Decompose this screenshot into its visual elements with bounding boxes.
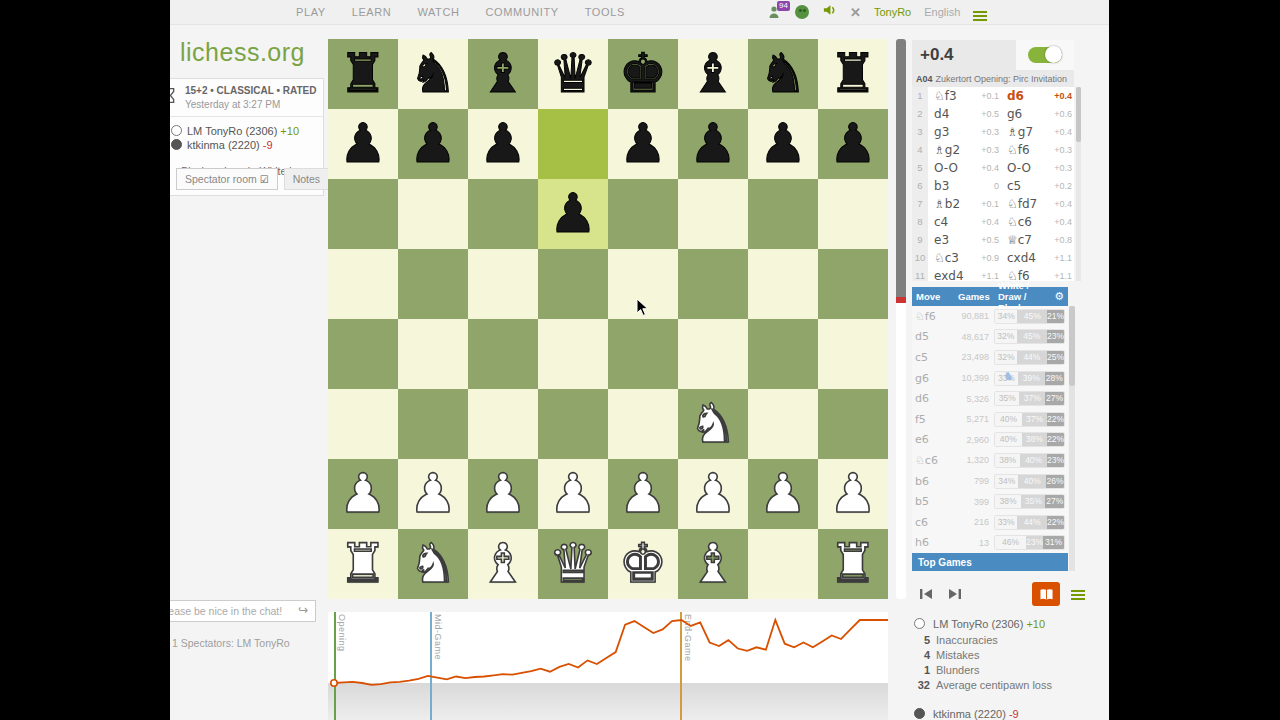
eval-gauge-tick: [896, 297, 906, 303]
piece-white-bishop[interactable]: ♝: [468, 529, 538, 599]
square-g1[interactable]: [748, 529, 818, 599]
chat-tabs: Spectator room ☑ Notes: [176, 168, 329, 190]
eval-score: +0.4: [912, 40, 1016, 70]
white-stat-row: 4Mistakes: [914, 649, 1104, 661]
friends-icon[interactable]: 94: [768, 5, 782, 19]
explorer-row[interactable]: g610,39933%39%28%♞: [912, 368, 1068, 389]
square-h5[interactable]: [818, 249, 888, 319]
square-f7[interactable]: ♟: [678, 109, 748, 179]
draw-pct: 45%: [1017, 330, 1047, 343]
explorer-games-count: 2,960: [949, 435, 994, 445]
piece-black-king[interactable]: ♚: [608, 39, 678, 109]
language-select[interactable]: English: [924, 6, 960, 18]
tab-spectator-label: Spectator room: [185, 173, 257, 185]
menu-watch[interactable]: WATCH: [417, 6, 459, 18]
square-e7[interactable]: ♟: [608, 109, 678, 179]
white-summary-name: LM TonyRo (2306): [930, 618, 1026, 630]
draw-pct: 23%: [1026, 536, 1043, 549]
draw-pct: 40%: [1020, 454, 1047, 467]
analysis-summary: LM TonyRo (2306) +105Inaccuracies4Mistak…: [914, 612, 1104, 720]
square-b1[interactable]: ♞: [398, 529, 468, 599]
stat-count: 5: [914, 634, 930, 646]
win-rate-bar: 32%45%23%: [994, 329, 1065, 344]
square-e6[interactable]: [608, 179, 678, 249]
explorer-scrollbar[interactable]: [1069, 306, 1075, 571]
sound-icon[interactable]: [822, 3, 837, 21]
opening-title: Zukertort Opening: Pirc Invitation: [936, 74, 1068, 84]
explorer-row[interactable]: c523,49832%44%25%: [912, 347, 1068, 368]
piece-black-rook[interactable]: ♜: [818, 39, 888, 109]
draw-pct: 38%: [1022, 433, 1047, 446]
square-g4[interactable]: [748, 319, 818, 389]
explorer-col-games: Games: [958, 291, 998, 302]
stat-label: Blunders: [936, 664, 979, 676]
square-g3[interactable]: [748, 389, 818, 459]
clock-icon: [170, 87, 176, 108]
square-d3[interactable]: [538, 389, 608, 459]
chat-input[interactable]: [170, 600, 316, 622]
black-eval: +0.4: [1051, 127, 1074, 137]
piece-black-knight[interactable]: ♞: [748, 39, 818, 109]
square-b2[interactable]: ♟: [398, 459, 468, 529]
piece-black-queen[interactable]: ♛: [538, 39, 608, 109]
explorer-row[interactable]: b539938%35%27%: [912, 491, 1068, 512]
square-a8[interactable]: ♜: [328, 39, 398, 109]
piece-black-knight[interactable]: ♞: [398, 39, 468, 109]
black-eval: +0.4: [1051, 91, 1074, 101]
white-stat-row: 32Average centipawn loss: [914, 679, 1104, 691]
black-pct: 25%: [1047, 351, 1064, 364]
black-rating-delta: -9: [263, 139, 273, 151]
explorer-row[interactable]: b679934%40%26%: [912, 471, 1068, 492]
win-rate-bar: 40%38%22%: [994, 432, 1065, 447]
explorer-move: c6: [915, 516, 949, 529]
menu-tools[interactable]: TOOLS: [585, 6, 625, 18]
current-move-marker: [331, 680, 337, 686]
move-row: 3g3+0.3♗g7+0.4: [912, 123, 1074, 141]
theme-icon[interactable]: [795, 5, 809, 19]
white-stat-row: 1Blunders: [914, 664, 1104, 676]
explorer-move: g6: [915, 372, 949, 385]
white-stat-row: 5Inaccuracies: [914, 634, 1104, 646]
explorer-loading-icon: ♞: [1003, 371, 1014, 383]
piece-white-king[interactable]: ♚: [608, 529, 678, 599]
move-number: 9: [912, 231, 928, 249]
advantage-line[interactable]: [328, 612, 888, 720]
explorer-games-count: 48,617: [949, 332, 994, 342]
white-move[interactable]: c4: [928, 215, 978, 229]
explorer-row[interactable]: f55,27140%37%22%: [912, 409, 1068, 430]
move-row: 5O-O+0.4O-O+0.3: [912, 159, 1074, 177]
explorer-move: e6: [915, 433, 949, 446]
square-d8[interactable]: ♛: [538, 39, 608, 109]
black-summary-name: ktkinma (2220): [930, 708, 1009, 720]
username[interactable]: TonyRo: [874, 6, 911, 18]
white-eval: 0: [978, 181, 1001, 191]
black-eval: +0.4: [1051, 199, 1074, 209]
square-e4[interactable]: [608, 319, 678, 389]
piece-white-knight[interactable]: ♞: [398, 529, 468, 599]
explorer-games-count: 399: [949, 497, 994, 507]
square-b6[interactable]: [398, 179, 468, 249]
square-a3[interactable]: [328, 389, 398, 459]
black-eval: +0.3: [1051, 163, 1074, 173]
draw-pct: 40%: [1018, 475, 1046, 488]
piece-white-pawn[interactable]: ♟: [608, 459, 678, 529]
square-f4[interactable]: [678, 319, 748, 389]
square-f8[interactable]: ♝: [678, 39, 748, 109]
white-pct: 38%: [995, 495, 1021, 508]
square-c3[interactable]: [468, 389, 538, 459]
win-rate-bar: 38%35%27%: [994, 494, 1065, 509]
black-eval: +0.8: [1051, 235, 1074, 245]
black-color-icon: [171, 139, 182, 150]
opening-code: A04: [916, 74, 933, 84]
game-date: Yesterday at 3:27 PM: [185, 99, 317, 110]
square-c7[interactable]: ♟: [468, 109, 538, 179]
piece-white-pawn[interactable]: ♟: [748, 459, 818, 529]
white-rating-delta: +10: [280, 125, 299, 137]
hamburger-icon[interactable]: [973, 11, 987, 13]
move-row: 10♘c3+0.9cxd4+1.1: [912, 249, 1074, 267]
black-color-icon: [914, 708, 925, 719]
piece-black-pawn[interactable]: ♟: [748, 109, 818, 179]
move-row: 8c4+0.4♘c6+0.4: [912, 213, 1074, 231]
square-f1[interactable]: ♝: [678, 529, 748, 599]
move-row: 4♗g2+0.3♘f6+0.3: [912, 141, 1074, 159]
white-eval: +0.9: [978, 253, 1001, 263]
white-pct: 34%: [995, 475, 1018, 488]
square-e3[interactable]: [608, 389, 678, 459]
move-list[interactable]: 1♘f3+0.1d6+0.42d4+0.5g6+0.63g3+0.3♗g7+0.…: [912, 87, 1074, 281]
move-row: 7♗b2+0.1♘fd7+0.4: [912, 195, 1074, 213]
square-h1[interactable]: ♜: [818, 529, 888, 599]
square-e1[interactable]: ♚: [608, 529, 678, 599]
move-row: 1♘f3+0.1d6+0.4: [912, 87, 1074, 105]
square-h8[interactable]: ♜: [818, 39, 888, 109]
square-a1[interactable]: ♜: [328, 529, 398, 599]
square-f2[interactable]: ♟: [678, 459, 748, 529]
time-control: 15+2 • CLASSICAL • RATED: [185, 85, 317, 96]
square-a7[interactable]: ♟: [328, 109, 398, 179]
square-f3[interactable]: ♞: [678, 389, 748, 459]
white-pct: 35%: [995, 392, 1019, 405]
piece-black-pawn[interactable]: ♟: [678, 109, 748, 179]
explorer-games-count: 13: [949, 538, 994, 548]
eval-gauge: [896, 39, 906, 599]
top-games-bar[interactable]: Top Games: [912, 553, 1068, 571]
piece-white-pawn[interactable]: ♟: [398, 459, 468, 529]
square-h4[interactable]: [818, 319, 888, 389]
main-menu: PLAY LEARN WATCH COMMUNITY TOOLS: [296, 0, 625, 24]
piece-black-pawn[interactable]: ♟: [468, 109, 538, 179]
opening-name: A04 Zukertort Opening: Pirc Invitation: [912, 70, 1074, 87]
lichess-logo[interactable]: lichess.org: [180, 38, 305, 67]
black-move[interactable]: ♕c7: [1001, 233, 1051, 247]
square-b3[interactable]: [398, 389, 468, 459]
black-move[interactable]: ♘f6: [1001, 143, 1051, 157]
white-move[interactable]: b3: [928, 179, 978, 193]
white-player-row[interactable]: LM TonyRo (2306) +10: [171, 125, 317, 137]
piece-white-knight[interactable]: ♞: [678, 389, 748, 459]
stat-label: Inaccuracies: [936, 634, 998, 646]
white-pct: 40%: [995, 433, 1022, 446]
white-eval: +0.1: [978, 199, 1001, 209]
black-move[interactable]: d6: [1001, 89, 1051, 103]
black-move[interactable]: cxd4: [1001, 251, 1051, 265]
explorer-settings-icon[interactable]: ⚙: [1054, 290, 1064, 303]
square-c8[interactable]: ♝: [468, 39, 538, 109]
black-pct: 22%: [1047, 516, 1064, 529]
menu-play[interactable]: PLAY: [296, 6, 326, 18]
chat-toggle-checkbox[interactable]: ☑: [260, 174, 269, 185]
app-frame: PLAY LEARN WATCH COMMUNITY TOOLS 94 ✕ To…: [170, 0, 1109, 720]
square-d1[interactable]: ♛: [538, 529, 608, 599]
piece-white-pawn[interactable]: ♟: [328, 459, 398, 529]
white-pct: 38%: [995, 454, 1020, 467]
explorer-move: d5: [915, 330, 949, 343]
explorer-row[interactable]: d548,61732%45%23%: [912, 327, 1068, 348]
explorer-move: c5: [915, 351, 949, 364]
square-b7[interactable]: ♟: [398, 109, 468, 179]
white-move[interactable]: ♘f3: [928, 89, 978, 103]
explorer-row[interactable]: ♘c61,32038%40%23%: [912, 450, 1068, 471]
engine-eval-bar: +0.4: [912, 40, 1074, 70]
explorer-col-move: Move: [916, 291, 958, 302]
draw-pct: 37%: [1022, 413, 1047, 426]
explorer-move: ♘f6: [915, 310, 949, 323]
send-icon[interactable]: ↪: [298, 603, 308, 617]
win-rate-bar: 38%40%23%: [994, 453, 1065, 468]
win-rate-bar: 35%37%27%: [994, 391, 1065, 406]
white-move[interactable]: ♗g2: [928, 143, 978, 157]
win-rate-bar: 46%23%31%: [994, 535, 1065, 550]
white-move[interactable]: ♘c3: [928, 251, 978, 265]
first-move-button[interactable]: [914, 582, 940, 606]
move-row: 2d4+0.5g6+0.6: [912, 105, 1074, 123]
white-pct: 32%: [995, 351, 1017, 364]
white-color-icon: [171, 125, 182, 136]
black-pct: 27%: [1045, 495, 1064, 508]
explorer-row[interactable]: h61346%23%31%: [912, 533, 1068, 554]
advantage-chart[interactable]: OpeningMid-GameEnd-Game: [328, 612, 888, 720]
black-move[interactable]: c5: [1001, 179, 1051, 193]
stat-count: 1: [914, 664, 930, 676]
explorer-games-count: 23,498: [949, 352, 994, 362]
piece-white-rook[interactable]: ♜: [818, 529, 888, 599]
square-a6[interactable]: [328, 179, 398, 249]
square-d2[interactable]: ♟: [538, 459, 608, 529]
explorer-move: ♘c6: [915, 454, 949, 467]
white-eval: +0.4: [978, 217, 1001, 227]
piece-white-queen[interactable]: ♛: [538, 529, 608, 599]
square-g7[interactable]: ♟: [748, 109, 818, 179]
eval-gauge-black: [896, 39, 906, 297]
explorer-games-count: 5,271: [949, 414, 994, 424]
piece-black-bishop[interactable]: ♝: [468, 39, 538, 109]
square-c1[interactable]: ♝: [468, 529, 538, 599]
black-player-row[interactable]: ktkinma (2220) -9: [171, 139, 317, 151]
piece-black-rook[interactable]: ♜: [328, 39, 398, 109]
white-move[interactable]: O-O: [928, 161, 978, 175]
black-pct: 26%: [1046, 475, 1064, 488]
black-move[interactable]: ♘fd7: [1001, 197, 1051, 211]
explorer-row[interactable]: c621633%44%22%: [912, 512, 1068, 533]
white-pct: 34%: [995, 310, 1017, 323]
stat-label: Average centipawn loss: [936, 679, 1052, 691]
white-summary-delta: +10: [1026, 618, 1045, 630]
notification-badge: 94: [777, 1, 790, 11]
stat-count: 4: [914, 649, 930, 661]
square-g6[interactable]: [748, 179, 818, 249]
explorer-row[interactable]: ♘f690,88134%45%21%: [912, 306, 1068, 327]
white-eval: +0.3: [978, 127, 1001, 137]
black-pct: 22%: [1047, 433, 1064, 446]
draw-pct: 39%: [1018, 372, 1045, 385]
jump-controls: [914, 582, 1096, 608]
black-pct: 27%: [1045, 392, 1064, 405]
square-b4[interactable]: [398, 319, 468, 389]
black-pct: 23%: [1047, 330, 1064, 343]
explorer-games-count: 1,320: [949, 455, 994, 465]
piece-white-bishop[interactable]: ♝: [678, 529, 748, 599]
explorer-games-count: 5,326: [949, 394, 994, 404]
piece-white-pawn[interactable]: ♟: [468, 459, 538, 529]
square-f5[interactable]: [678, 249, 748, 319]
draw-pct: 44%: [1017, 516, 1047, 529]
square-g2[interactable]: ♟: [748, 459, 818, 529]
white-player-name: LM TonyRo (2306): [187, 125, 277, 137]
draw-pct: 37%: [1019, 392, 1045, 405]
win-rate-bar: 34%45%21%: [994, 309, 1065, 324]
tab-spectator-room[interactable]: Spectator room ☑: [176, 168, 278, 190]
piece-black-pawn[interactable]: ♟: [818, 109, 888, 179]
piece-white-pawn[interactable]: ♟: [818, 459, 888, 529]
explorer-row[interactable]: e62,96040%38%22%: [912, 430, 1068, 451]
black-pct: 28%: [1045, 372, 1064, 385]
square-h2[interactable]: ♟: [818, 459, 888, 529]
black-pct: 21%: [1047, 310, 1064, 323]
square-d5[interactable]: [538, 249, 608, 319]
move-number: 4: [912, 141, 928, 159]
white-move[interactable]: d4: [928, 107, 978, 121]
explorer-games-count: 10,399: [949, 373, 994, 383]
win-rate-bar: 40%37%22%: [994, 412, 1065, 427]
piece-white-pawn[interactable]: ♟: [678, 459, 748, 529]
last-move-button[interactable]: [941, 582, 967, 606]
black-summary-delta: -9: [1009, 708, 1019, 720]
white-pct: 40%: [995, 413, 1022, 426]
black-move[interactable]: ♘c6: [1001, 215, 1051, 229]
square-c2[interactable]: ♟: [468, 459, 538, 529]
move-number: 7: [912, 195, 928, 213]
square-h7[interactable]: ♟: [818, 109, 888, 179]
piece-black-pawn[interactable]: ♟: [608, 109, 678, 179]
black-pct: 22%: [1047, 413, 1064, 426]
explorer-row[interactable]: d65,32635%37%27%: [912, 388, 1068, 409]
explorer-rows[interactable]: ♘f690,88134%45%21%d548,61732%45%23%c523,…: [912, 306, 1068, 553]
black-eval: +0.4: [1051, 217, 1074, 227]
opening-book-button[interactable]: [1032, 582, 1060, 606]
piece-black-pawn[interactable]: ♟: [538, 179, 608, 249]
explorer-move: b6: [915, 475, 949, 488]
piece-black-pawn[interactable]: ♟: [398, 109, 468, 179]
square-c6[interactable]: [468, 179, 538, 249]
stat-count: 32: [914, 679, 930, 691]
square-b5[interactable]: [398, 249, 468, 319]
square-a2[interactable]: ♟: [328, 459, 398, 529]
piece-black-pawn[interactable]: ♟: [328, 109, 398, 179]
menu-bars-icon: [1071, 590, 1085, 592]
square-d6[interactable]: ♟: [538, 179, 608, 249]
engine-toggle[interactable]: [1028, 47, 1062, 63]
white-color-icon: [914, 618, 925, 629]
white-move[interactable]: e3: [928, 233, 978, 247]
explorer-games-count: 216: [949, 517, 994, 527]
square-c4[interactable]: [468, 319, 538, 389]
move-number: 10: [912, 249, 928, 267]
move-list-scrollbar[interactable]: [1076, 87, 1081, 281]
move-row: 11exd4+1.1♘f6+1.1: [912, 267, 1074, 281]
tab-notes[interactable]: Notes: [284, 168, 329, 190]
explorer-move: b5: [915, 495, 949, 508]
draw-pct: 35%: [1021, 495, 1045, 508]
stat-label: Mistakes: [936, 649, 979, 661]
win-rate-bar: 34%40%26%: [994, 474, 1065, 489]
square-h3[interactable]: [818, 389, 888, 459]
chess-board[interactable]: ♜♞♝♛♚♝♞♜♟♟♟♟♟♟♟♟♞♟♟♟♟♟♟♟♟♜♞♝♛♚♝♜: [328, 39, 888, 599]
white-move[interactable]: ♗b2: [928, 197, 978, 211]
square-a5[interactable]: [328, 249, 398, 319]
black-move[interactable]: g6: [1001, 107, 1051, 121]
square-g5[interactable]: [748, 249, 818, 319]
black-move[interactable]: O-O: [1001, 161, 1051, 175]
piece-black-bishop[interactable]: ♝: [678, 39, 748, 109]
explorer-games-count: 90,881: [949, 311, 994, 321]
explorer-move: f5: [915, 413, 949, 426]
piece-white-rook[interactable]: ♜: [328, 529, 398, 599]
move-number: 5: [912, 159, 928, 177]
square-c5[interactable]: [468, 249, 538, 319]
black-eval: +1.1: [1051, 271, 1074, 281]
square-e2[interactable]: ♟: [608, 459, 678, 529]
menu-community[interactable]: COMMUNITY: [486, 6, 559, 18]
square-h6[interactable]: [818, 179, 888, 249]
square-d4[interactable]: [538, 319, 608, 389]
white-summary-header: LM TonyRo (2306) +10: [914, 618, 1104, 630]
black-move[interactable]: ♗g7: [1001, 125, 1051, 139]
white-eval: +0.1: [978, 91, 1001, 101]
piece-white-pawn[interactable]: ♟: [538, 459, 608, 529]
square-b8[interactable]: ♞: [398, 39, 468, 109]
move-row: 9e3+0.5♕c7+0.8: [912, 231, 1074, 249]
challenge-icon[interactable]: ✕: [850, 5, 861, 20]
nav-right: 94 ✕ TonyRo English: [768, 0, 987, 24]
menu-learn[interactable]: LEARN: [352, 6, 392, 18]
square-a4[interactable]: [328, 319, 398, 389]
square-e8[interactable]: ♚: [608, 39, 678, 109]
square-g8[interactable]: ♞: [748, 39, 818, 109]
analysis-menu-button[interactable]: [1066, 584, 1090, 606]
move-number: 1: [912, 87, 928, 105]
win-rate-bar: 32%44%25%: [994, 350, 1065, 365]
square-f6[interactable]: [678, 179, 748, 249]
white-move[interactable]: g3: [928, 125, 978, 139]
square-d7[interactable]: [538, 109, 608, 179]
black-eval: +1.1: [1051, 253, 1074, 263]
white-move[interactable]: exd4: [928, 269, 978, 281]
cursor: [636, 298, 649, 321]
